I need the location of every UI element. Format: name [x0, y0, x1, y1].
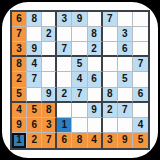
cell-r6c1[interactable]: 5 [12, 88, 27, 103]
cell-r8c9[interactable]: 4 [133, 118, 148, 133]
cell-r2c8[interactable]: 3 [118, 27, 133, 42]
cell-r8c3[interactable]: 3 [42, 118, 57, 133]
cell-r2c2[interactable] [27, 27, 42, 42]
cell-r4c1[interactable]: 8 [12, 57, 27, 72]
cell-r4c9[interactable]: 7 [133, 57, 148, 72]
cell-r4c3[interactable] [42, 57, 57, 72]
cell-r2c5[interactable] [72, 27, 87, 42]
cell-r1c6[interactable] [88, 12, 103, 27]
cell-r3c4[interactable]: 7 [57, 42, 72, 57]
cell-r8c2[interactable]: 6 [27, 118, 42, 133]
cell-r7c7[interactable]: 2 [103, 103, 118, 118]
cell-r5c7[interactable] [103, 72, 118, 87]
cell-r5c5[interactable]: 4 [72, 72, 87, 87]
cell-r8c8[interactable] [118, 118, 133, 133]
cell-r8c5[interactable] [72, 118, 87, 133]
cell-r3c5[interactable] [72, 42, 87, 57]
cell-r2c4[interactable] [57, 27, 72, 42]
cell-r1c4[interactable]: 3 [57, 12, 72, 27]
cell-r9c9[interactable]: 5 [133, 133, 148, 148]
cell-r6c3[interactable]: 9 [42, 88, 57, 103]
cell-r1c8[interactable] [118, 12, 133, 27]
cell-r6c8[interactable] [118, 88, 133, 103]
cell-r6c6[interactable] [88, 88, 103, 103]
cell-r3c9[interactable] [133, 42, 148, 57]
cell-r7c5[interactable] [72, 103, 87, 118]
cell-r3c2[interactable]: 9 [27, 42, 42, 57]
cell-r1c2[interactable]: 8 [27, 12, 42, 27]
cell-r6c2[interactable] [27, 88, 42, 103]
cell-r9c1[interactable]: 1 [12, 133, 27, 148]
cell-r8c6[interactable] [88, 118, 103, 133]
cell-r6c9[interactable]: 6 [133, 88, 148, 103]
sudoku-app-icon: 6839772833972684572746559278645892796314… [2, 2, 158, 158]
cell-r2c6[interactable]: 8 [88, 27, 103, 42]
cell-r6c4[interactable]: 2 [57, 88, 72, 103]
cell-r3c3[interactable] [42, 42, 57, 57]
cell-r1c5[interactable]: 9 [72, 12, 87, 27]
cell-r9c4[interactable]: 6 [57, 133, 72, 148]
cell-r5c4[interactable] [57, 72, 72, 87]
sudoku-board: 6839772833972684572746559278645892796314… [10, 10, 150, 150]
cell-r7c8[interactable]: 7 [118, 103, 133, 118]
cell-r2c3[interactable]: 2 [42, 27, 57, 42]
cell-r1c3[interactable] [42, 12, 57, 27]
cell-r1c7[interactable]: 7 [103, 12, 118, 27]
cell-r7c4[interactable] [57, 103, 72, 118]
cell-r9c8[interactable]: 9 [118, 133, 133, 148]
cell-r4c8[interactable] [118, 57, 133, 72]
cell-r7c6[interactable]: 9 [88, 103, 103, 118]
cell-r5c1[interactable]: 2 [12, 72, 27, 87]
page-background: { "game": "sudoku", "position": "68.39.7… [0, 0, 160, 160]
cell-r2c9[interactable] [133, 27, 148, 42]
cell-r1c9[interactable] [133, 12, 148, 27]
cell-r7c2[interactable]: 5 [27, 103, 42, 118]
cell-r8c7[interactable] [103, 118, 118, 133]
cell-r3c7[interactable] [103, 42, 118, 57]
cell-r9c6[interactable]: 4 [88, 133, 103, 148]
cell-r4c2[interactable]: 4 [27, 57, 42, 72]
cell-r5c9[interactable] [133, 72, 148, 87]
cell-r4c7[interactable] [103, 57, 118, 72]
cell-r3c8[interactable]: 6 [118, 42, 133, 57]
cell-r7c9[interactable] [133, 103, 148, 118]
cell-r7c1[interactable]: 4 [12, 103, 27, 118]
cell-r2c7[interactable] [103, 27, 118, 42]
cell-r5c8[interactable]: 5 [118, 72, 133, 87]
cell-r6c5[interactable]: 7 [72, 88, 87, 103]
cell-r6c7[interactable]: 8 [103, 88, 118, 103]
cell-r8c4[interactable]: 1 [57, 118, 72, 133]
cell-r4c6[interactable] [88, 57, 103, 72]
cell-r5c3[interactable] [42, 72, 57, 87]
cell-r4c4[interactable] [57, 57, 72, 72]
cell-r9c3[interactable]: 7 [42, 133, 57, 148]
cell-r9c7[interactable]: 3 [103, 133, 118, 148]
cell-r9c2[interactable]: 2 [27, 133, 42, 148]
cell-r1c1[interactable]: 6 [12, 12, 27, 27]
cell-r8c1[interactable]: 9 [12, 118, 27, 133]
cell-r9c5[interactable]: 8 [72, 133, 87, 148]
cell-r7c3[interactable]: 8 [42, 103, 57, 118]
cell-r4c5[interactable]: 5 [72, 57, 87, 72]
cell-r2c1[interactable]: 7 [12, 27, 27, 42]
cell-r3c1[interactable]: 3 [12, 42, 27, 57]
cell-r3c6[interactable]: 2 [88, 42, 103, 57]
cell-r5c2[interactable]: 7 [27, 72, 42, 87]
cell-r5c6[interactable]: 6 [88, 72, 103, 87]
